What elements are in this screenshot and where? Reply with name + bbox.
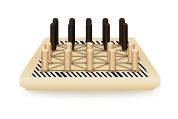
board-photo [0,0,178,119]
alquerque-board [0,0,178,119]
